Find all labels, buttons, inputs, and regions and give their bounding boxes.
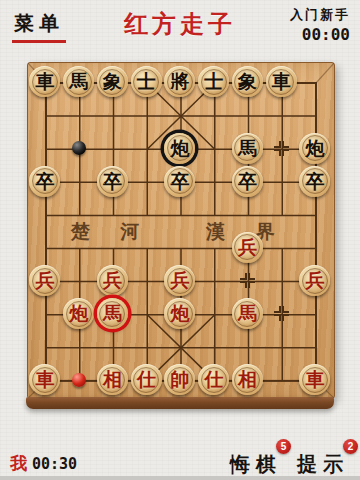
piece-red-chariot[interactable]: 車 (29, 364, 60, 395)
piece-red-horse[interactable]: 馬 (232, 298, 263, 329)
piece-black-elephant[interactable]: 象 (232, 66, 263, 97)
piece-character: 將 (170, 72, 189, 91)
piece-character: 車 (35, 370, 54, 389)
my-side-label: 我 (10, 452, 27, 475)
undo-button-label: 悔棋 (230, 453, 282, 475)
piece-black-horse[interactable]: 馬 (232, 133, 263, 164)
undo-count-badge: 5 (276, 439, 291, 454)
piece-black-advisor[interactable]: 士 (198, 66, 229, 97)
piece-black-chariot[interactable]: 車 (29, 66, 60, 97)
red-move-origin-dot (72, 373, 86, 387)
piece-red-cannon[interactable]: 炮 (164, 298, 195, 329)
piece-character: 車 (305, 370, 324, 389)
piece-character: 炮 (69, 304, 88, 323)
piece-character: 車 (35, 72, 54, 91)
piece-black-soldier[interactable]: 卒 (97, 166, 128, 197)
point-marker (274, 141, 289, 156)
piece-character: 車 (272, 72, 291, 91)
my-clock: 00:30 (32, 455, 77, 473)
piece-black-advisor[interactable]: 士 (131, 66, 162, 97)
piece-character: 炮 (305, 139, 324, 158)
piece-character: 相 (238, 370, 257, 389)
piece-character: 仕 (204, 370, 223, 389)
piece-character: 兵 (305, 271, 324, 290)
piece-red-cannon[interactable]: 炮 (63, 298, 94, 329)
piece-character: 相 (103, 370, 122, 389)
hint-button-label: 提示 (297, 453, 349, 475)
piece-red-elephant[interactable]: 相 (232, 364, 263, 395)
piece-black-chariot[interactable]: 車 (266, 66, 297, 97)
piece-red-general[interactable]: 帥 (164, 364, 195, 395)
opponent-clock: 00:00 (290, 25, 350, 44)
difficulty-level-label: 入门新手 (290, 6, 350, 24)
piece-character: 象 (103, 72, 122, 91)
piece-red-soldier[interactable]: 兵 (299, 265, 330, 296)
piece-character: 帥 (170, 370, 189, 389)
piece-character: 兵 (35, 271, 54, 290)
point-marker (240, 273, 255, 288)
piece-character: 兵 (170, 271, 189, 290)
piece-character: 馬 (238, 139, 257, 158)
piece-character: 馬 (103, 304, 122, 323)
piece-character: 仕 (137, 370, 156, 389)
piece-character: 炮 (170, 304, 189, 323)
piece-red-horse[interactable]: 馬 (97, 298, 128, 329)
point-marker (274, 306, 289, 321)
piece-character: 炮 (170, 139, 189, 158)
pieces-grid[interactable]: 車馬象士將士象車炮馬炮卒卒卒卒卒兵兵兵兵兵炮馬炮馬車相仕帥仕相車 (28, 65, 332, 396)
piece-character: 兵 (103, 271, 122, 290)
piece-red-chariot[interactable]: 車 (299, 364, 330, 395)
piece-red-advisor[interactable]: 仕 (198, 364, 229, 395)
piece-red-soldier[interactable]: 兵 (97, 265, 128, 296)
piece-black-elephant[interactable]: 象 (97, 66, 128, 97)
piece-character: 卒 (170, 172, 189, 191)
bottom-edge-strip (0, 476, 360, 480)
piece-black-cannon[interactable]: 炮 (164, 133, 195, 164)
piece-black-general[interactable]: 將 (164, 66, 195, 97)
piece-character: 士 (204, 72, 223, 91)
piece-character: 馬 (69, 72, 88, 91)
piece-character: 卒 (35, 172, 54, 191)
piece-black-soldier[interactable]: 卒 (299, 166, 330, 197)
piece-character: 卒 (103, 172, 122, 191)
piece-red-soldier[interactable]: 兵 (232, 232, 263, 263)
piece-black-cannon[interactable]: 炮 (299, 133, 330, 164)
piece-black-soldier[interactable]: 卒 (29, 166, 60, 197)
board-front-edge (26, 397, 334, 409)
piece-character: 卒 (305, 172, 324, 191)
piece-black-soldier[interactable]: 卒 (164, 166, 195, 197)
piece-black-soldier[interactable]: 卒 (232, 166, 263, 197)
piece-red-advisor[interactable]: 仕 (131, 364, 162, 395)
black-move-origin-dot (72, 141, 86, 155)
piece-character: 兵 (238, 238, 257, 257)
piece-red-soldier[interactable]: 兵 (164, 265, 195, 296)
piece-red-soldier[interactable]: 兵 (29, 265, 60, 296)
piece-black-horse[interactable]: 馬 (63, 66, 94, 97)
piece-character: 象 (238, 72, 257, 91)
my-info: 我 00:30 (10, 452, 77, 475)
piece-character: 卒 (238, 172, 257, 191)
piece-character: 士 (137, 72, 156, 91)
opponent-info: 入门新手 00:00 (290, 6, 350, 44)
hint-count-badge: 2 (343, 439, 358, 454)
piece-red-elephant[interactable]: 相 (97, 364, 128, 395)
piece-character: 馬 (238, 304, 257, 323)
